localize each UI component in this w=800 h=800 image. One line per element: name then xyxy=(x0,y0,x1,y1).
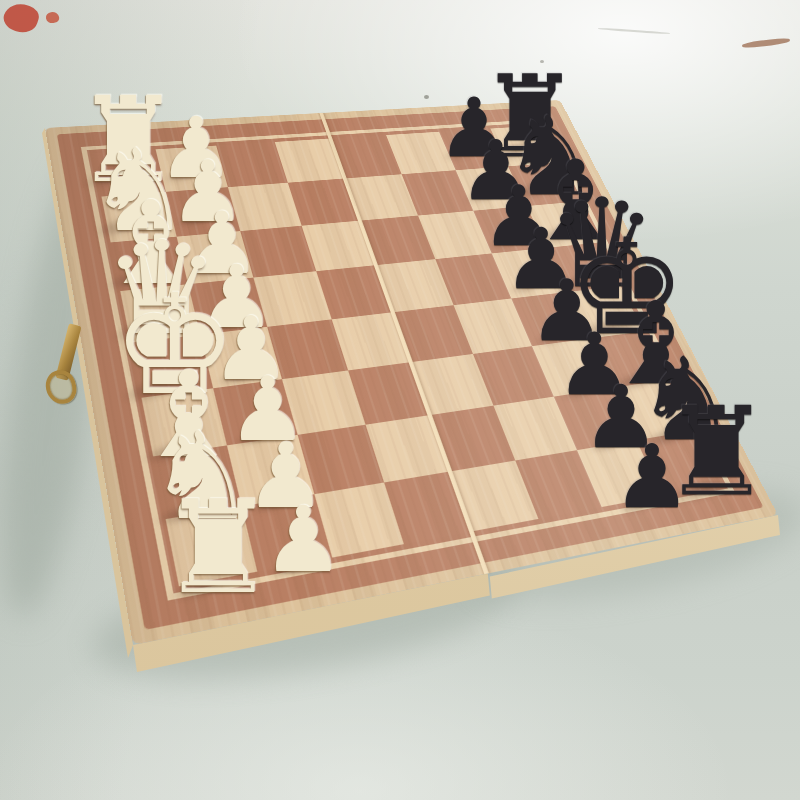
brass-clasp xyxy=(40,322,96,414)
piece-white-rook-h1[interactable]: ♜ xyxy=(160,483,276,612)
piece-black-pawn-h7[interactable]: ♟ xyxy=(613,434,691,522)
dark-speck-1 xyxy=(424,95,429,99)
photo-scene: ♜♞♝♛♚♝♞♜♟♟♟♟♟♟♟♟♟♟♟♟♟♟♟♟♜♞♝♛♚♝♞♜ xyxy=(0,0,800,800)
clasp-hook-icon xyxy=(43,367,79,406)
